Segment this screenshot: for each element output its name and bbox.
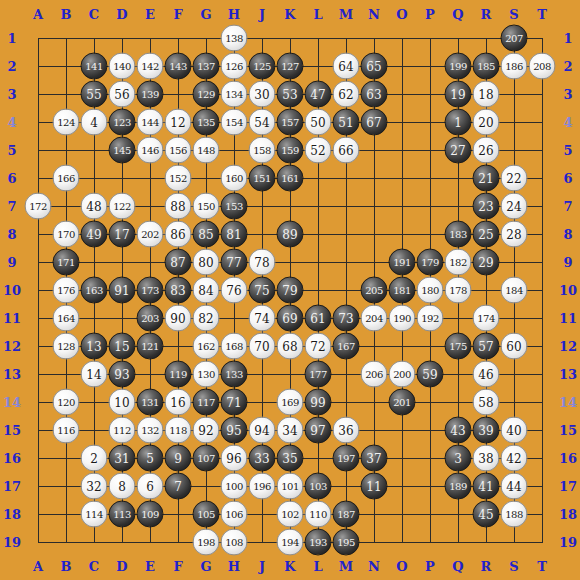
move-number: 179 bbox=[421, 257, 439, 267]
stone[interactable]: 162 bbox=[193, 333, 220, 360]
move-number: 27 bbox=[450, 144, 465, 156]
stone[interactable]: 131 bbox=[137, 389, 164, 416]
stone[interactable]: 110 bbox=[305, 501, 332, 528]
stone[interactable]: 130 bbox=[193, 361, 220, 388]
stone[interactable]: 57 bbox=[473, 333, 500, 360]
stone[interactable]: 134 bbox=[221, 81, 248, 108]
stone[interactable]: 39 bbox=[473, 417, 500, 444]
stone[interactable]: 176 bbox=[53, 277, 80, 304]
move-number: 49 bbox=[86, 228, 101, 240]
move-number: 138 bbox=[225, 33, 243, 43]
stone[interactable]: 184 bbox=[501, 277, 528, 304]
stone[interactable]: 200 bbox=[389, 361, 416, 388]
move-number: 148 bbox=[197, 145, 215, 155]
stone[interactable]: 26 bbox=[473, 137, 500, 164]
row-label-right: 1 bbox=[563, 31, 572, 46]
stone[interactable]: 106 bbox=[221, 501, 248, 528]
stone[interactable]: 97 bbox=[305, 417, 332, 444]
stone[interactable]: 75 bbox=[249, 277, 276, 304]
stone[interactable]: 18 bbox=[473, 81, 500, 108]
move-number: 125 bbox=[253, 61, 271, 71]
stone[interactable]: 119 bbox=[165, 361, 192, 388]
stone[interactable]: 65 bbox=[361, 53, 388, 80]
move-number: 67 bbox=[366, 116, 381, 128]
stone[interactable]: 186 bbox=[501, 53, 528, 80]
stone[interactable]: 55 bbox=[81, 81, 108, 108]
stone[interactable]: 141 bbox=[81, 53, 108, 80]
move-number: 117 bbox=[197, 397, 215, 407]
stone[interactable]: 196 bbox=[249, 473, 276, 500]
stone[interactable]: 8 bbox=[109, 473, 136, 500]
stone[interactable]: 63 bbox=[361, 81, 388, 108]
stone[interactable]: 96 bbox=[221, 445, 248, 472]
stone[interactable]: 31 bbox=[109, 445, 136, 472]
move-number: 40 bbox=[506, 424, 521, 436]
column-label-top: R bbox=[481, 7, 492, 22]
stone[interactable]: 123 bbox=[109, 109, 136, 136]
move-number: 172 bbox=[29, 201, 47, 211]
stone[interactable]: 30 bbox=[249, 81, 276, 108]
stone[interactable]: 193 bbox=[305, 529, 332, 556]
stone[interactable]: 50 bbox=[305, 109, 332, 136]
row-label-right: 13 bbox=[559, 367, 577, 382]
move-number: 13 bbox=[86, 340, 101, 352]
column-label-bottom: E bbox=[145, 559, 155, 574]
stone[interactable]: 78 bbox=[249, 249, 276, 276]
stone[interactable]: 158 bbox=[249, 137, 276, 164]
stone[interactable]: 17 bbox=[109, 221, 136, 248]
stone[interactable]: 92 bbox=[193, 417, 220, 444]
move-number: 187 bbox=[337, 509, 355, 519]
stone[interactable]: 38 bbox=[473, 445, 500, 472]
stone[interactable]: 46 bbox=[473, 361, 500, 388]
row-label-right: 18 bbox=[559, 507, 577, 522]
stone[interactable]: 43 bbox=[445, 417, 472, 444]
move-number: 156 bbox=[169, 145, 187, 155]
stone[interactable]: 166 bbox=[53, 165, 80, 192]
move-number: 23 bbox=[478, 200, 493, 212]
move-number: 113 bbox=[113, 509, 131, 519]
stone[interactable]: 85 bbox=[193, 221, 220, 248]
stone[interactable]: 145 bbox=[109, 137, 136, 164]
stone[interactable]: 20 bbox=[473, 109, 500, 136]
stone[interactable]: 94 bbox=[249, 417, 276, 444]
move-number: 7 bbox=[174, 480, 182, 492]
stone[interactable]: 28 bbox=[501, 221, 528, 248]
stone[interactable]: 140 bbox=[109, 53, 136, 80]
move-number: 139 bbox=[141, 89, 159, 99]
move-number: 204 bbox=[365, 313, 383, 323]
move-number: 135 bbox=[197, 117, 215, 127]
stone[interactable]: 167 bbox=[333, 333, 360, 360]
stone[interactable]: 179 bbox=[417, 249, 444, 276]
stone[interactable]: 1 bbox=[445, 109, 472, 136]
stone[interactable]: 160 bbox=[221, 165, 248, 192]
move-number: 132 bbox=[141, 425, 159, 435]
move-number: 112 bbox=[113, 425, 131, 435]
stone[interactable]: 87 bbox=[165, 249, 192, 276]
stone[interactable]: 22 bbox=[501, 165, 528, 192]
move-number: 119 bbox=[169, 369, 187, 379]
stone[interactable]: 25 bbox=[473, 221, 500, 248]
stone[interactable]: 120 bbox=[53, 389, 80, 416]
move-number: 158 bbox=[253, 145, 271, 155]
move-number: 63 bbox=[366, 88, 381, 100]
stone[interactable]: 170 bbox=[53, 221, 80, 248]
move-number: 143 bbox=[169, 61, 187, 71]
stone[interactable]: 79 bbox=[277, 277, 304, 304]
stone[interactable]: 11 bbox=[361, 473, 388, 500]
move-number: 116 bbox=[57, 425, 75, 435]
stone[interactable]: 49 bbox=[81, 221, 108, 248]
stone[interactable]: 150 bbox=[193, 193, 220, 220]
stone[interactable]: 178 bbox=[445, 277, 472, 304]
stone[interactable]: 128 bbox=[53, 333, 80, 360]
stone[interactable]: 66 bbox=[333, 137, 360, 164]
stone[interactable]: 168 bbox=[221, 333, 248, 360]
move-number: 168 bbox=[225, 341, 243, 351]
stone[interactable]: 9 bbox=[165, 445, 192, 472]
move-number: 184 bbox=[505, 285, 523, 295]
move-number: 192 bbox=[421, 313, 439, 323]
stone[interactable]: 159 bbox=[277, 137, 304, 164]
stone[interactable]: 189 bbox=[445, 473, 472, 500]
move-number: 88 bbox=[170, 200, 185, 212]
stone[interactable]: 122 bbox=[109, 193, 136, 220]
column-label-bottom: F bbox=[173, 559, 182, 574]
move-number: 99 bbox=[310, 396, 325, 408]
stone[interactable]: 32 bbox=[81, 473, 108, 500]
stone[interactable]: 146 bbox=[137, 137, 164, 164]
stone[interactable]: 61 bbox=[305, 305, 332, 332]
stone[interactable]: 204 bbox=[361, 305, 388, 332]
stone[interactable]: 163 bbox=[81, 277, 108, 304]
move-number: 144 bbox=[141, 117, 159, 127]
stone[interactable]: 15 bbox=[109, 333, 136, 360]
stone[interactable]: 197 bbox=[333, 445, 360, 472]
column-label-bottom: K bbox=[284, 559, 295, 574]
stone[interactable]: 152 bbox=[165, 165, 192, 192]
stone[interactable]: 175 bbox=[445, 333, 472, 360]
stone[interactable]: 53 bbox=[277, 81, 304, 108]
stone[interactable]: 47 bbox=[305, 81, 332, 108]
move-number: 102 bbox=[281, 509, 299, 519]
stone[interactable]: 91 bbox=[109, 277, 136, 304]
move-number: 200 bbox=[393, 369, 411, 379]
move-number: 141 bbox=[85, 61, 103, 71]
stone[interactable]: 143 bbox=[165, 53, 192, 80]
stone[interactable]: 36 bbox=[333, 417, 360, 444]
move-number: 62 bbox=[338, 88, 353, 100]
stone[interactable]: 114 bbox=[81, 501, 108, 528]
stone[interactable]: 60 bbox=[501, 333, 528, 360]
column-label-top: Q bbox=[452, 7, 463, 22]
stone[interactable]: 83 bbox=[165, 277, 192, 304]
column-label-bottom: L bbox=[313, 559, 322, 574]
row-label-right: 17 bbox=[559, 479, 577, 494]
stone[interactable]: 153 bbox=[221, 193, 248, 220]
stone[interactable]: 190 bbox=[389, 305, 416, 332]
stone[interactable]: 144 bbox=[137, 109, 164, 136]
move-number: 10 bbox=[114, 396, 129, 408]
move-number: 20 bbox=[478, 116, 493, 128]
stone[interactable]: 42 bbox=[501, 445, 528, 472]
move-number: 78 bbox=[254, 256, 269, 268]
move-number: 51 bbox=[338, 116, 353, 128]
stone[interactable]: 7 bbox=[165, 473, 192, 500]
stone[interactable]: 135 bbox=[193, 109, 220, 136]
column-label-top: E bbox=[145, 7, 155, 22]
stone[interactable]: 188 bbox=[501, 501, 528, 528]
stone[interactable]: 67 bbox=[361, 109, 388, 136]
stone[interactable]: 156 bbox=[165, 137, 192, 164]
stone[interactable]: 40 bbox=[501, 417, 528, 444]
stone[interactable]: 51 bbox=[333, 109, 360, 136]
stone[interactable]: 105 bbox=[193, 501, 220, 528]
stone[interactable]: 24 bbox=[501, 193, 528, 220]
stone[interactable]: 86 bbox=[165, 221, 192, 248]
stone[interactable]: 16 bbox=[165, 389, 192, 416]
stone[interactable]: 72 bbox=[305, 333, 332, 360]
stone[interactable]: 64 bbox=[333, 53, 360, 80]
stone[interactable]: 198 bbox=[193, 529, 220, 556]
stone[interactable]: 161 bbox=[277, 165, 304, 192]
move-number: 83 bbox=[170, 284, 185, 296]
column-label-bottom: B bbox=[61, 559, 72, 574]
stone[interactable]: 194 bbox=[277, 529, 304, 556]
stone[interactable]: 148 bbox=[193, 137, 220, 164]
stone[interactable]: 124 bbox=[53, 109, 80, 136]
stone[interactable]: 118 bbox=[165, 417, 192, 444]
move-number: 9 bbox=[174, 452, 182, 464]
move-number: 166 bbox=[57, 173, 75, 183]
row-label-left: 15 bbox=[3, 423, 21, 438]
row-label-left: 6 bbox=[7, 171, 16, 186]
stone[interactable]: 125 bbox=[249, 53, 276, 80]
stone[interactable]: 103 bbox=[305, 473, 332, 500]
move-number: 54 bbox=[254, 116, 269, 128]
row-label-right: 16 bbox=[559, 451, 577, 466]
stone[interactable]: 6 bbox=[137, 473, 164, 500]
move-number: 108 bbox=[225, 537, 243, 547]
stone[interactable]: 208 bbox=[529, 53, 556, 80]
stone[interactable]: 174 bbox=[473, 305, 500, 332]
move-number: 150 bbox=[197, 201, 215, 211]
stone[interactable]: 48 bbox=[81, 193, 108, 220]
stone[interactable]: 44 bbox=[501, 473, 528, 500]
stone[interactable]: 108 bbox=[221, 529, 248, 556]
stone[interactable]: 88 bbox=[165, 193, 192, 220]
move-number: 121 bbox=[141, 341, 159, 351]
move-number: 188 bbox=[505, 509, 523, 519]
stone[interactable]: 3 bbox=[445, 445, 472, 472]
stone[interactable]: 56 bbox=[109, 81, 136, 108]
row-label-right: 14 bbox=[559, 395, 577, 410]
stone[interactable]: 100 bbox=[221, 473, 248, 500]
row-label-left: 11 bbox=[3, 311, 21, 326]
stone[interactable]: 5 bbox=[137, 445, 164, 472]
stone[interactable]: 29 bbox=[473, 249, 500, 276]
row-label-left: 14 bbox=[3, 395, 21, 410]
stone[interactable]: 27 bbox=[445, 137, 472, 164]
grid-line-vertical bbox=[542, 38, 543, 543]
column-label-top: B bbox=[61, 7, 72, 22]
stone[interactable]: 180 bbox=[417, 277, 444, 304]
stone[interactable]: 21 bbox=[473, 165, 500, 192]
go-board[interactable]: AABBCCDDEEFFGGHHJJKKLLMMNNOOPPQQRRSSTT11… bbox=[0, 0, 580, 580]
row-label-right: 11 bbox=[559, 311, 577, 326]
stone[interactable]: 35 bbox=[277, 445, 304, 472]
stone[interactable]: 151 bbox=[249, 165, 276, 192]
stone[interactable]: 154 bbox=[221, 109, 248, 136]
stone[interactable]: 2 bbox=[81, 445, 108, 472]
stone[interactable]: 77 bbox=[221, 249, 248, 276]
stone[interactable]: 117 bbox=[193, 389, 220, 416]
stone[interactable]: 73 bbox=[333, 305, 360, 332]
stone[interactable]: 58 bbox=[473, 389, 500, 416]
stone[interactable]: 191 bbox=[389, 249, 416, 276]
stone[interactable]: 121 bbox=[137, 333, 164, 360]
stone[interactable]: 74 bbox=[249, 305, 276, 332]
row-label-right: 19 bbox=[559, 535, 577, 550]
stone[interactable]: 80 bbox=[193, 249, 220, 276]
move-number: 17 bbox=[114, 228, 129, 240]
move-number: 22 bbox=[506, 172, 521, 184]
move-number: 176 bbox=[57, 285, 75, 295]
move-number: 198 bbox=[197, 537, 215, 547]
move-number: 123 bbox=[113, 117, 131, 127]
stone[interactable]: 109 bbox=[137, 501, 164, 528]
stone[interactable]: 4 bbox=[81, 109, 108, 136]
stone[interactable]: 207 bbox=[501, 25, 528, 52]
move-number: 90 bbox=[170, 312, 185, 324]
column-label-bottom: J bbox=[259, 559, 265, 574]
move-number: 157 bbox=[281, 117, 299, 127]
stone[interactable]: 10 bbox=[109, 389, 136, 416]
stone[interactable]: 68 bbox=[277, 333, 304, 360]
stone[interactable]: 82 bbox=[193, 305, 220, 332]
stone[interactable]: 132 bbox=[137, 417, 164, 444]
stone[interactable]: 205 bbox=[361, 277, 388, 304]
stone[interactable]: 126 bbox=[221, 53, 248, 80]
stone[interactable]: 203 bbox=[137, 305, 164, 332]
stone[interactable]: 107 bbox=[193, 445, 220, 472]
stone[interactable]: 71 bbox=[221, 389, 248, 416]
stone[interactable]: 201 bbox=[389, 389, 416, 416]
stone[interactable]: 172 bbox=[25, 193, 52, 220]
stone[interactable]: 19 bbox=[445, 81, 472, 108]
stone[interactable]: 93 bbox=[109, 361, 136, 388]
stone[interactable]: 164 bbox=[53, 305, 80, 332]
stone[interactable]: 14 bbox=[81, 361, 108, 388]
stone[interactable]: 95 bbox=[221, 417, 248, 444]
stone[interactable]: 45 bbox=[473, 501, 500, 528]
stone[interactable]: 54 bbox=[249, 109, 276, 136]
stone[interactable]: 199 bbox=[445, 53, 472, 80]
stone[interactable]: 133 bbox=[221, 361, 248, 388]
stone[interactable]: 59 bbox=[417, 361, 444, 388]
stone[interactable]: 192 bbox=[417, 305, 444, 332]
stone[interactable]: 102 bbox=[277, 501, 304, 528]
stone[interactable]: 173 bbox=[137, 277, 164, 304]
stone[interactable]: 181 bbox=[389, 277, 416, 304]
stone[interactable]: 138 bbox=[221, 25, 248, 52]
stone[interactable]: 113 bbox=[109, 501, 136, 528]
stone[interactable]: 99 bbox=[305, 389, 332, 416]
row-label-left: 4 bbox=[7, 115, 16, 130]
stone[interactable]: 183 bbox=[445, 221, 472, 248]
stone[interactable]: 81 bbox=[221, 221, 248, 248]
stone[interactable]: 52 bbox=[305, 137, 332, 164]
stone[interactable]: 34 bbox=[277, 417, 304, 444]
stone[interactable]: 157 bbox=[277, 109, 304, 136]
stone[interactable]: 169 bbox=[277, 389, 304, 416]
stone[interactable]: 195 bbox=[333, 529, 360, 556]
stone[interactable]: 62 bbox=[333, 81, 360, 108]
stone[interactable]: 171 bbox=[53, 249, 80, 276]
stone[interactable]: 142 bbox=[137, 53, 164, 80]
move-number: 33 bbox=[254, 452, 269, 464]
move-number: 153 bbox=[225, 201, 243, 211]
stone[interactable]: 202 bbox=[137, 221, 164, 248]
stone[interactable]: 206 bbox=[361, 361, 388, 388]
stone[interactable]: 13 bbox=[81, 333, 108, 360]
stone[interactable]: 41 bbox=[473, 473, 500, 500]
stone[interactable]: 69 bbox=[277, 305, 304, 332]
move-number: 154 bbox=[225, 117, 243, 127]
column-label-bottom: Q bbox=[452, 559, 463, 574]
stone[interactable]: 84 bbox=[193, 277, 220, 304]
column-label-top: K bbox=[284, 7, 295, 22]
stone[interactable]: 127 bbox=[277, 53, 304, 80]
move-number: 86 bbox=[170, 228, 185, 240]
stone[interactable]: 70 bbox=[249, 333, 276, 360]
stone[interactable]: 187 bbox=[333, 501, 360, 528]
stone[interactable]: 112 bbox=[109, 417, 136, 444]
stone[interactable]: 116 bbox=[53, 417, 80, 444]
move-number: 152 bbox=[169, 173, 187, 183]
column-label-bottom: N bbox=[368, 559, 380, 574]
move-number: 53 bbox=[282, 88, 297, 100]
column-label-top: D bbox=[116, 7, 127, 22]
stone[interactable]: 90 bbox=[165, 305, 192, 332]
stone[interactable]: 177 bbox=[305, 361, 332, 388]
move-number: 175 bbox=[449, 341, 467, 351]
stone[interactable]: 101 bbox=[277, 473, 304, 500]
stone[interactable]: 137 bbox=[193, 53, 220, 80]
stone[interactable]: 129 bbox=[193, 81, 220, 108]
stone[interactable]: 139 bbox=[137, 81, 164, 108]
stone[interactable]: 185 bbox=[473, 53, 500, 80]
move-number: 76 bbox=[226, 284, 241, 296]
stone[interactable]: 23 bbox=[473, 193, 500, 220]
stone[interactable]: 89 bbox=[277, 221, 304, 248]
move-number: 74 bbox=[254, 312, 269, 324]
move-number: 34 bbox=[282, 424, 297, 436]
move-number: 207 bbox=[505, 33, 523, 43]
move-number: 56 bbox=[114, 88, 129, 100]
move-number: 71 bbox=[226, 396, 241, 408]
stone[interactable]: 12 bbox=[165, 109, 192, 136]
stone[interactable]: 33 bbox=[249, 445, 276, 472]
stone[interactable]: 76 bbox=[221, 277, 248, 304]
move-number: 169 bbox=[281, 397, 299, 407]
row-label-left: 8 bbox=[7, 227, 16, 242]
move-number: 68 bbox=[282, 340, 297, 352]
stone[interactable]: 182 bbox=[445, 249, 472, 276]
move-number: 25 bbox=[478, 228, 493, 240]
stone[interactable]: 37 bbox=[361, 445, 388, 472]
